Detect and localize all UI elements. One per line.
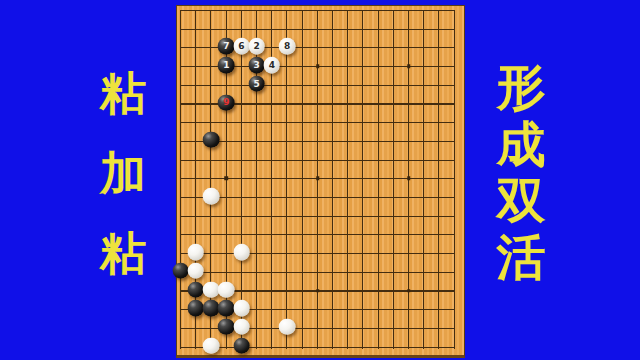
stone-white-c5-r17	[233, 300, 250, 317]
stone-black-c5-r19	[233, 337, 250, 354]
stone-white-c5-r14	[233, 244, 250, 261]
star-point	[316, 64, 320, 68]
left-caption-char-1: 粘	[100, 53, 146, 133]
left-caption-char-2: 加	[100, 133, 146, 213]
stone-black-c3-r17	[203, 300, 220, 317]
stone-black-c1-r15	[172, 263, 189, 280]
stone-white-c5-r18	[233, 319, 250, 336]
stone-black-c4-r3: 7	[218, 38, 235, 55]
left-caption-char-3: 粘	[100, 213, 146, 293]
video-frame: 粘 加 粘 762813459 形 成 双 活	[0, 0, 640, 360]
stone-white-c3-r16	[203, 281, 220, 298]
stone-black-c4-r17	[218, 300, 235, 317]
stone-black-c6-r5: 5	[248, 76, 265, 93]
go-board: 762813459	[176, 5, 465, 358]
stone-white-c5-r3: 6	[233, 38, 250, 55]
right-caption-char-1: 形	[497, 60, 546, 117]
stone-white-c8-r3: 8	[279, 38, 296, 55]
stone-black-c3-r8	[203, 132, 220, 149]
right-caption-char-2: 成	[497, 117, 546, 174]
star-point	[407, 177, 411, 181]
stone-white-c4-r16	[218, 281, 235, 298]
star-point	[316, 177, 320, 181]
stone-white-c6-r3: 2	[248, 38, 265, 55]
stone-black-c4-r4: 1	[218, 57, 235, 74]
star-point	[407, 64, 411, 68]
stone-white-c7-r4: 4	[264, 57, 281, 74]
stone-white-c2-r14	[188, 244, 205, 261]
stone-black-c4-r18	[218, 319, 235, 336]
stone-black-c2-r16	[188, 281, 205, 298]
star-point	[407, 289, 411, 293]
stone-black-c2-r17	[188, 300, 205, 317]
left-caption: 粘 加 粘	[100, 53, 146, 293]
star-point	[316, 289, 320, 293]
right-caption: 形 成 双 活	[497, 60, 546, 286]
stone-white-c3-r11	[203, 188, 220, 205]
right-caption-char-4: 活	[497, 230, 546, 287]
stone-white-c8-r18	[279, 319, 296, 336]
stone-white-c3-r19	[203, 337, 220, 354]
star-point	[225, 177, 229, 181]
right-caption-char-3: 双	[497, 173, 546, 230]
stone-white-c2-r15	[188, 263, 205, 280]
stone-black-c6-r4: 3	[248, 57, 265, 74]
stone-black-c4-r6: 9	[218, 94, 235, 111]
